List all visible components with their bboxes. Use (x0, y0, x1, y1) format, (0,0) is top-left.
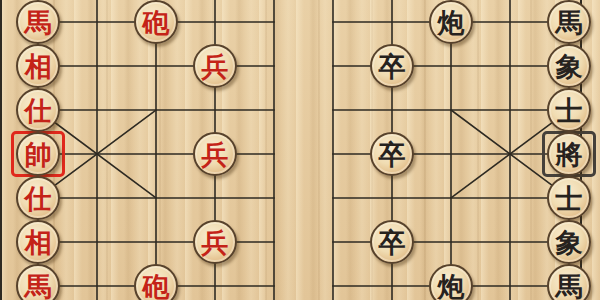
piece-black-cannon[interactable]: 炮 (429, 264, 473, 300)
xiangqi-board: 馬相仕帥仕相馬砲砲兵兵兵卒卒卒炮炮馬象士將士象馬 (0, 0, 600, 300)
piece-red-soldier[interactable]: 兵 (193, 220, 237, 264)
piece-black-soldier[interactable]: 卒 (370, 220, 414, 264)
piece-red-cannon[interactable]: 砲 (134, 264, 178, 300)
piece-black-advisor[interactable]: 士 (547, 88, 591, 132)
piece-red-soldier[interactable]: 兵 (193, 132, 237, 176)
piece-red-horse[interactable]: 馬 (16, 264, 60, 300)
piece-red-elephant[interactable]: 相 (16, 44, 60, 88)
piece-red-advisor[interactable]: 仕 (16, 176, 60, 220)
piece-black-horse[interactable]: 馬 (547, 0, 591, 44)
piece-black-cannon[interactable]: 炮 (429, 0, 473, 44)
piece-black-elephant[interactable]: 象 (547, 44, 591, 88)
board-grid-lines (0, 0, 600, 300)
piece-black-general[interactable]: 將 (547, 132, 591, 176)
piece-black-horse[interactable]: 馬 (547, 264, 591, 300)
piece-black-soldier[interactable]: 卒 (370, 44, 414, 88)
piece-black-soldier[interactable]: 卒 (370, 132, 414, 176)
piece-red-advisor[interactable]: 仕 (16, 88, 60, 132)
piece-red-elephant[interactable]: 相 (16, 220, 60, 264)
piece-red-soldier[interactable]: 兵 (193, 44, 237, 88)
piece-black-advisor[interactable]: 士 (547, 176, 591, 220)
piece-red-cannon[interactable]: 砲 (134, 0, 178, 44)
piece-red-horse[interactable]: 馬 (16, 0, 60, 44)
piece-black-elephant[interactable]: 象 (547, 220, 591, 264)
piece-red-general[interactable]: 帥 (16, 132, 60, 176)
